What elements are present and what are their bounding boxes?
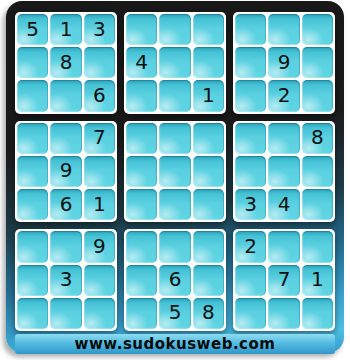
block-3-2: 658 — [124, 229, 226, 331]
cell-r1c9[interactable] — [302, 14, 333, 45]
cell-r1c4[interactable] — [126, 14, 157, 45]
given-digit: 8 — [60, 52, 73, 72]
cell-r3c5[interactable] — [159, 80, 190, 111]
cell-r9c4[interactable] — [126, 298, 157, 329]
cell-r7c8[interactable] — [268, 231, 299, 262]
cell-r7c4[interactable] — [126, 231, 157, 262]
cell-r8c9[interactable]: 1 — [302, 265, 333, 296]
given-digit: 8 — [311, 127, 324, 147]
given-digit: 8 — [202, 302, 215, 322]
cell-r9c9[interactable] — [302, 298, 333, 329]
cell-r6c9[interactable] — [302, 189, 333, 220]
given-digit: 9 — [278, 52, 291, 72]
cell-r9c5[interactable]: 5 — [159, 298, 190, 329]
cell-r2c3[interactable] — [84, 47, 115, 78]
given-digit: 6 — [169, 269, 182, 289]
given-digit: 5 — [169, 302, 182, 322]
cell-r8c6[interactable] — [193, 265, 224, 296]
cell-r2c5[interactable] — [159, 47, 190, 78]
cell-r1c7[interactable] — [235, 14, 266, 45]
cell-r8c2[interactable]: 3 — [50, 265, 81, 296]
cell-r1c6[interactable] — [193, 14, 224, 45]
cell-r2c1[interactable] — [17, 47, 48, 78]
cell-r1c3[interactable]: 3 — [84, 14, 115, 45]
given-digit: 2 — [278, 85, 291, 105]
cell-r2c2[interactable]: 8 — [50, 47, 81, 78]
cell-r3c1[interactable] — [17, 80, 48, 111]
cell-r9c8[interactable] — [268, 298, 299, 329]
cell-r7c1[interactable] — [17, 231, 48, 262]
cell-r5c7[interactable] — [235, 156, 266, 187]
cell-r4c6[interactable] — [193, 123, 224, 154]
given-digit: 2 — [244, 236, 257, 256]
cell-r4c1[interactable] — [17, 123, 48, 154]
given-digit: 4 — [278, 194, 291, 214]
given-digit: 3 — [93, 19, 106, 39]
block-1-3: 92 — [233, 12, 335, 114]
cell-r6c6[interactable] — [193, 189, 224, 220]
block-3-3: 271 — [233, 229, 335, 331]
cell-r5c2[interactable]: 9 — [50, 156, 81, 187]
cell-r3c6[interactable]: 1 — [193, 80, 224, 111]
given-digit: 3 — [244, 194, 257, 214]
cell-r5c5[interactable] — [159, 156, 190, 187]
cell-r9c1[interactable] — [17, 298, 48, 329]
cell-r2c9[interactable] — [302, 47, 333, 78]
sudoku-board: 513864192796183493658271 — [15, 12, 335, 331]
footer-band: www.sudokusweb.com — [15, 334, 335, 354]
given-digit: 1 — [93, 194, 106, 214]
cell-r4c7[interactable] — [235, 123, 266, 154]
cell-r7c6[interactable] — [193, 231, 224, 262]
cell-r9c6[interactable]: 8 — [193, 298, 224, 329]
given-digit: 9 — [60, 160, 73, 180]
cell-r2c8[interactable]: 9 — [268, 47, 299, 78]
cell-r5c9[interactable] — [302, 156, 333, 187]
cell-r4c2[interactable] — [50, 123, 81, 154]
given-digit: 6 — [93, 85, 106, 105]
cell-r4c4[interactable] — [126, 123, 157, 154]
cell-r3c2[interactable] — [50, 80, 81, 111]
cell-r5c4[interactable] — [126, 156, 157, 187]
cell-r8c8[interactable]: 7 — [268, 265, 299, 296]
sudoku-frame: 513864192796183493658271 www.sudokusweb.… — [6, 1, 344, 353]
block-1-2: 41 — [124, 12, 226, 114]
cell-r7c2[interactable] — [50, 231, 81, 262]
cell-r6c5[interactable] — [159, 189, 190, 220]
given-digit: 4 — [135, 52, 148, 72]
given-digit: 6 — [60, 194, 73, 214]
cell-r8c4[interactable] — [126, 265, 157, 296]
given-digit: 1 — [311, 269, 324, 289]
block-1-1: 51386 — [15, 12, 117, 114]
cell-r4c5[interactable] — [159, 123, 190, 154]
cell-r6c4[interactable] — [126, 189, 157, 220]
given-digit: 1 — [60, 19, 73, 39]
cell-r5c1[interactable] — [17, 156, 48, 187]
cell-r2c6[interactable] — [193, 47, 224, 78]
cell-r3c3[interactable]: 6 — [84, 80, 115, 111]
cell-r3c4[interactable] — [126, 80, 157, 111]
given-digit: 1 — [202, 85, 215, 105]
site-url: www.sudokusweb.com — [75, 335, 276, 353]
block-3-1: 93 — [15, 229, 117, 331]
cell-r1c1[interactable]: 5 — [17, 14, 48, 45]
given-digit: 3 — [60, 269, 73, 289]
cell-r7c3[interactable]: 9 — [84, 231, 115, 262]
cell-r3c9[interactable] — [302, 80, 333, 111]
cell-r8c7[interactable] — [235, 265, 266, 296]
cell-r3c7[interactable] — [235, 80, 266, 111]
cell-r8c5[interactable]: 6 — [159, 265, 190, 296]
cell-r5c3[interactable] — [84, 156, 115, 187]
cell-r6c8[interactable]: 4 — [268, 189, 299, 220]
cell-r8c1[interactable] — [17, 265, 48, 296]
cell-r6c1[interactable] — [17, 189, 48, 220]
given-digit: 9 — [93, 236, 106, 256]
cell-r1c5[interactable] — [159, 14, 190, 45]
cell-r9c7[interactable] — [235, 298, 266, 329]
cell-r9c3[interactable] — [84, 298, 115, 329]
cell-r5c8[interactable] — [268, 156, 299, 187]
cell-r7c7[interactable]: 2 — [235, 231, 266, 262]
cell-r9c2[interactable] — [50, 298, 81, 329]
cell-r7c5[interactable] — [159, 231, 190, 262]
cell-r6c7[interactable]: 3 — [235, 189, 266, 220]
cell-r6c3[interactable]: 1 — [84, 189, 115, 220]
given-digit: 7 — [278, 269, 291, 289]
block-2-1: 7961 — [15, 121, 117, 223]
cell-r5c6[interactable] — [193, 156, 224, 187]
cell-r1c2[interactable]: 1 — [50, 14, 81, 45]
cell-r7c9[interactable] — [302, 231, 333, 262]
cell-r3c8[interactable]: 2 — [268, 80, 299, 111]
cell-r6c2[interactable]: 6 — [50, 189, 81, 220]
cell-r4c9[interactable]: 8 — [302, 123, 333, 154]
cell-r4c3[interactable]: 7 — [84, 123, 115, 154]
cell-r8c3[interactable] — [84, 265, 115, 296]
cell-r4c8[interactable] — [268, 123, 299, 154]
given-digit: 7 — [93, 127, 106, 147]
cell-r1c8[interactable] — [268, 14, 299, 45]
given-digit: 5 — [26, 19, 39, 39]
cell-r2c7[interactable] — [235, 47, 266, 78]
block-2-3: 834 — [233, 121, 335, 223]
cell-r2c4[interactable]: 4 — [126, 47, 157, 78]
block-2-2 — [124, 121, 226, 223]
